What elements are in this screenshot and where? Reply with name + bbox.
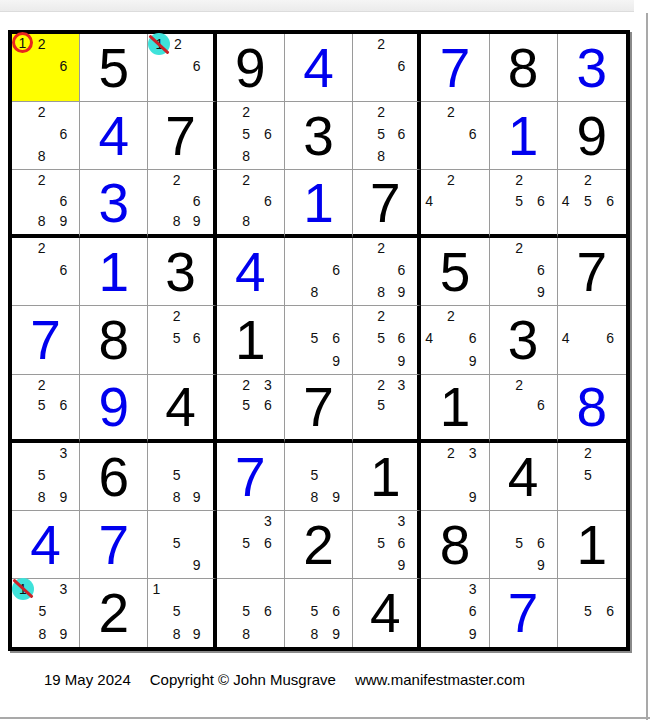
cell-r3c4[interactable]: 268 — [217, 170, 285, 238]
candidate-2: 2 — [377, 241, 385, 255]
candidate-6: 6 — [264, 604, 272, 618]
eliminated-candidate-1: 1 — [12, 578, 34, 600]
candidate-5: 5 — [38, 468, 46, 482]
given-digit: 7 — [558, 238, 626, 305]
solved-digit: 4 — [80, 102, 147, 169]
candidates: 239 — [421, 443, 488, 510]
cell-r7c6[interactable]: 1 — [353, 443, 421, 511]
cell-r8c1[interactable]: 4 — [12, 511, 80, 579]
candidate-9: 9 — [537, 558, 545, 572]
cell-r5c2[interactable]: 8 — [80, 306, 148, 374]
given-digit: 6 — [80, 443, 147, 510]
cell-r9c4[interactable]: 568 — [217, 579, 285, 647]
candidate-2: 2 — [173, 309, 181, 323]
cell-r5c7[interactable]: 2469 — [421, 306, 489, 374]
candidate-5: 5 — [311, 331, 319, 345]
given-digit: 8 — [490, 34, 557, 101]
given-digit: 7 — [353, 170, 417, 234]
candidates: 2689 — [12, 170, 79, 234]
candidates: 26 — [12, 238, 79, 305]
candidates: 126 — [148, 34, 212, 101]
cell-r1c4[interactable]: 9 — [217, 34, 285, 102]
candidates: 268 — [217, 170, 284, 234]
cell-r7c1[interactable]: 3589 — [12, 443, 80, 511]
solved-digit: 7 — [217, 443, 284, 510]
candidate-6: 6 — [59, 194, 67, 208]
candidate-6: 6 — [59, 398, 67, 412]
cell-r4c4[interactable]: 4 — [217, 238, 285, 306]
candidate-8: 8 — [38, 149, 46, 163]
candidate-2: 2 — [447, 105, 455, 119]
candidate-6: 6 — [537, 194, 545, 208]
candidates: 256 — [490, 170, 557, 234]
cell-r1c2[interactable]: 5 — [80, 34, 148, 102]
cell-r1c1[interactable]: 126 — [12, 34, 80, 102]
cell-r1c7[interactable]: 7 — [421, 34, 489, 102]
candidate-8: 8 — [377, 149, 385, 163]
cell-r9c2[interactable]: 2 — [80, 579, 148, 647]
candidate-8: 8 — [38, 490, 46, 504]
window-edge-bottom — [0, 717, 650, 719]
solved-digit: 7 — [80, 511, 147, 578]
candidates: 26 — [421, 102, 488, 169]
given-digit: 7 — [148, 102, 212, 169]
cell-r6c8[interactable]: 26 — [490, 375, 558, 443]
candidates: 24 — [421, 170, 488, 234]
candidate-9: 9 — [469, 354, 477, 368]
candidate-2: 2 — [377, 105, 385, 119]
candidate-5: 5 — [173, 468, 181, 482]
candidate-5: 5 — [311, 604, 319, 618]
candidate-8: 8 — [311, 285, 319, 299]
candidate-5: 5 — [584, 604, 592, 618]
candidates: 2469 — [421, 306, 488, 373]
solved-digit: 3 — [80, 170, 147, 234]
cell-r3c2[interactable]: 3 — [80, 170, 148, 238]
cell-r8c5[interactable]: 2 — [285, 511, 353, 579]
candidate-5: 5 — [584, 468, 592, 482]
cell-r7c7[interactable]: 239 — [421, 443, 489, 511]
candidate-4: 4 — [425, 194, 433, 208]
candidate-9: 9 — [332, 627, 340, 641]
candidate-5: 5 — [173, 536, 181, 550]
cell-r5c1[interactable]: 7 — [12, 306, 80, 374]
candidate-8: 8 — [173, 627, 181, 641]
solved-digit: 1 — [285, 170, 352, 234]
candidate-9: 9 — [193, 214, 201, 228]
candidates: 2568 — [217, 102, 284, 169]
candidate-6: 6 — [264, 398, 272, 412]
candidate-6: 6 — [332, 604, 340, 618]
candidates: 589 — [285, 443, 352, 510]
window-edge-right — [646, 13, 648, 720]
candidate-6: 6 — [537, 263, 545, 277]
candidates: 5689 — [285, 579, 352, 647]
candidate-6: 6 — [264, 127, 272, 141]
candidate-6: 6 — [469, 604, 477, 618]
cell-r8c2[interactable]: 7 — [80, 511, 148, 579]
candidate-9: 9 — [537, 285, 545, 299]
solved-digit: 8 — [558, 375, 626, 439]
candidates: 2356 — [217, 375, 284, 439]
cell-r4c6[interactable]: 2689 — [353, 238, 421, 306]
candidate-2: 2 — [377, 378, 385, 392]
candidate-6: 6 — [398, 263, 406, 277]
given-digit: 4 — [490, 443, 557, 510]
candidate-2: 2 — [242, 105, 250, 119]
candidates: 1589 — [148, 579, 212, 647]
candidate-9: 9 — [193, 490, 201, 504]
candidates: 2689 — [353, 238, 417, 305]
cell-r7c5[interactable]: 589 — [285, 443, 353, 511]
candidates: 256 — [148, 306, 212, 373]
candidate-3: 3 — [264, 514, 272, 528]
candidate-2: 2 — [447, 446, 455, 460]
cell-r6c9[interactable]: 8 — [558, 375, 626, 443]
candidates: 26 — [353, 34, 417, 101]
candidate-5: 5 — [242, 604, 250, 618]
candidates: 268 — [12, 102, 79, 169]
cell-r8c8[interactable]: 569 — [490, 511, 558, 579]
cell-r9c9[interactable]: 56 — [558, 579, 626, 647]
given-digit: 9 — [558, 102, 626, 169]
candidate-5: 5 — [584, 194, 592, 208]
cell-r1c5[interactable]: 4 — [285, 34, 353, 102]
candidate-4: 4 — [562, 194, 570, 208]
candidate-8: 8 — [242, 214, 250, 228]
given-digit: 8 — [80, 306, 147, 373]
cell-r2c7[interactable]: 26 — [421, 102, 489, 170]
cell-r4c3[interactable]: 3 — [148, 238, 216, 306]
candidate-2: 2 — [377, 309, 385, 323]
candidates: 3589 — [12, 443, 79, 510]
candidate-8: 8 — [173, 490, 181, 504]
candidate-5: 5 — [515, 194, 523, 208]
candidate-9: 9 — [469, 627, 477, 641]
given-digit: 2 — [285, 511, 352, 578]
candidate-3: 3 — [398, 514, 406, 528]
candidate-2: 2 — [38, 173, 46, 187]
candidate-9: 9 — [193, 558, 201, 572]
candidate-2: 2 — [38, 378, 46, 392]
cell-r6c2[interactable]: 9 — [80, 375, 148, 443]
candidates: 56 — [558, 579, 626, 647]
candidate-5: 5 — [377, 536, 385, 550]
cell-r4c8[interactable]: 269 — [490, 238, 558, 306]
candidate-9: 9 — [398, 354, 406, 368]
cell-r6c4[interactable]: 2356 — [217, 375, 285, 443]
candidate-6: 6 — [398, 536, 406, 550]
candidate-5: 5 — [38, 604, 46, 618]
candidates: 13589 — [12, 579, 79, 647]
cell-r9c6[interactable]: 4 — [353, 579, 421, 647]
solved-digit: 9 — [80, 375, 147, 439]
sudoku-board: 1265126942678326847256832568261926893268… — [8, 30, 630, 651]
solved-digit: 7 — [490, 579, 557, 647]
given-digit: 9 — [217, 34, 284, 101]
candidate-3: 3 — [264, 378, 272, 392]
given-digit: 5 — [421, 238, 488, 305]
candidates: 369 — [421, 579, 488, 647]
candidates: 59 — [148, 511, 212, 578]
given-digit: 1 — [353, 443, 417, 510]
candidate-2: 2 — [515, 378, 523, 392]
solved-digit: 1 — [490, 102, 557, 169]
candidate-2: 2 — [38, 105, 46, 119]
candidate-9: 9 — [398, 285, 406, 299]
footer: 19 May 2024 Copyright © John Musgrave ww… — [44, 671, 525, 688]
cell-r4c5[interactable]: 68 — [285, 238, 353, 306]
cell-r2c1[interactable]: 268 — [12, 102, 80, 170]
candidate-2: 2 — [447, 173, 455, 187]
window-chrome-bar — [0, 0, 634, 12]
candidates: 2568 — [353, 102, 417, 169]
candidate-8: 8 — [242, 627, 250, 641]
solved-digit: 4 — [217, 238, 284, 305]
candidate-8: 8 — [311, 627, 319, 641]
candidate-9: 9 — [332, 490, 340, 504]
candidate-2: 2 — [584, 173, 592, 187]
solved-digit: 7 — [12, 306, 79, 373]
solved-digit: 4 — [12, 511, 79, 578]
candidate-3: 3 — [398, 378, 406, 392]
given-digit: 1 — [421, 375, 488, 439]
cell-r1c3[interactable]: 126 — [148, 34, 216, 102]
candidate-6: 6 — [193, 331, 201, 345]
given-digit: 3 — [285, 102, 352, 169]
cell-r7c4[interactable]: 7 — [217, 443, 285, 511]
cell-r9c7[interactable]: 369 — [421, 579, 489, 647]
candidate-8: 8 — [173, 214, 181, 228]
cell-r5c9[interactable]: 46 — [558, 306, 626, 374]
cell-r3c3[interactable]: 2689 — [148, 170, 216, 238]
given-digit: 3 — [148, 238, 212, 305]
candidate-2: 2 — [377, 37, 385, 51]
cell-r4c7[interactable]: 5 — [421, 238, 489, 306]
candidates: 2456 — [558, 170, 626, 234]
cell-r8c3[interactable]: 59 — [148, 511, 216, 579]
given-digit: 2 — [80, 579, 147, 647]
candidates: 126 — [12, 34, 79, 101]
cell-r3c6[interactable]: 7 — [353, 170, 421, 238]
candidate-3: 3 — [469, 582, 477, 596]
cell-r3c5[interactable]: 1 — [285, 170, 353, 238]
candidate-9: 9 — [332, 354, 340, 368]
candidate-2: 2 — [173, 173, 181, 187]
candidate-2: 2 — [584, 446, 592, 460]
given-digit: 1 — [217, 306, 284, 373]
cell-r1c8[interactable]: 8 — [490, 34, 558, 102]
candidate-2: 2 — [38, 241, 46, 255]
candidate-6: 6 — [59, 59, 67, 73]
footer-website: www.manifestmaster.com — [355, 671, 525, 688]
candidate-6: 6 — [606, 331, 614, 345]
cell-r5c4[interactable]: 1 — [217, 306, 285, 374]
candidate-5: 5 — [173, 331, 181, 345]
cell-r2c5[interactable]: 3 — [285, 102, 353, 170]
candidate-2: 2 — [515, 241, 523, 255]
candidate-6: 6 — [398, 331, 406, 345]
candidate-6: 6 — [537, 398, 545, 412]
candidate-6: 6 — [398, 59, 406, 73]
candidate-5: 5 — [311, 468, 319, 482]
candidate-2: 2 — [174, 37, 182, 51]
cell-r8c6[interactable]: 3569 — [353, 511, 421, 579]
candidate-6: 6 — [398, 127, 406, 141]
cell-r2c3[interactable]: 7 — [148, 102, 216, 170]
candidate-5: 5 — [242, 127, 250, 141]
candidate-2: 2 — [38, 37, 46, 51]
candidate-6: 6 — [193, 59, 201, 73]
given-digit: 1 — [558, 511, 626, 578]
candidate-8: 8 — [311, 490, 319, 504]
given-digit: 7 — [285, 375, 352, 439]
candidates: 46 — [558, 306, 626, 373]
candidate-6: 6 — [469, 127, 477, 141]
cell-r2c2[interactable]: 4 — [80, 102, 148, 170]
candidates: 68 — [285, 238, 352, 305]
given-digit: 4 — [353, 579, 417, 647]
cell-r3c7[interactable]: 24 — [421, 170, 489, 238]
cell-r9c5[interactable]: 5689 — [285, 579, 353, 647]
candidates: 235 — [353, 375, 417, 439]
solved-digit: 7 — [421, 34, 488, 101]
candidate-4: 4 — [425, 331, 433, 345]
eliminated-candidate-1: 1 — [148, 33, 170, 55]
given-digit: 4 — [148, 375, 212, 439]
cell-r8c4[interactable]: 356 — [217, 511, 285, 579]
footer-copyright: Copyright © John Musgrave — [150, 671, 336, 688]
candidate-3: 3 — [59, 582, 67, 596]
candidates: 25 — [558, 443, 626, 510]
candidate-5: 5 — [38, 398, 46, 412]
candidate-8: 8 — [242, 149, 250, 163]
cell-r4c2[interactable]: 1 — [80, 238, 148, 306]
cell-r4c9[interactable]: 7 — [558, 238, 626, 306]
candidate-5: 5 — [173, 604, 181, 618]
candidate-5: 5 — [242, 536, 250, 550]
candidate-2: 2 — [447, 309, 455, 323]
candidate-6: 6 — [332, 331, 340, 345]
candidate-1: 1 — [152, 582, 160, 596]
candidate-6: 6 — [537, 536, 545, 550]
cell-r3c8[interactable]: 256 — [490, 170, 558, 238]
candidate-2: 2 — [242, 378, 250, 392]
cell-r8c7[interactable]: 8 — [421, 511, 489, 579]
cell-r8c9[interactable]: 1 — [558, 511, 626, 579]
cell-r6c7[interactable]: 1 — [421, 375, 489, 443]
candidates: 256 — [12, 375, 79, 439]
cell-r2c6[interactable]: 2568 — [353, 102, 421, 170]
cell-r6c3[interactable]: 4 — [148, 375, 216, 443]
candidate-5: 5 — [242, 398, 250, 412]
candidate-5: 5 — [377, 127, 385, 141]
candidate-6: 6 — [264, 536, 272, 550]
candidate-6: 6 — [193, 194, 201, 208]
cell-r5c6[interactable]: 2569 — [353, 306, 421, 374]
candidates: 3569 — [353, 511, 417, 578]
cell-r5c5[interactable]: 569 — [285, 306, 353, 374]
cell-r7c9[interactable]: 25 — [558, 443, 626, 511]
candidates: 569 — [490, 511, 557, 578]
cell-r2c4[interactable]: 2568 — [217, 102, 285, 170]
candidates: 568 — [217, 579, 284, 647]
candidate-9: 9 — [59, 214, 67, 228]
candidate-2: 2 — [242, 173, 250, 187]
candidate-9: 9 — [193, 627, 201, 641]
candidate-9: 9 — [59, 627, 67, 641]
candidate-9: 9 — [469, 490, 477, 504]
candidates: 356 — [217, 511, 284, 578]
candidate-3: 3 — [469, 446, 477, 460]
candidates: 269 — [490, 238, 557, 305]
candidates: 2569 — [353, 306, 417, 373]
cell-r1c6[interactable]: 26 — [353, 34, 421, 102]
candidates: 26 — [490, 375, 557, 439]
candidates: 2689 — [148, 170, 212, 234]
cell-r9c3[interactable]: 1589 — [148, 579, 216, 647]
cell-r6c1[interactable]: 256 — [12, 375, 80, 443]
solved-digit: 1 — [80, 238, 147, 305]
cell-r9c1[interactable]: 13589 — [12, 579, 80, 647]
candidate-6: 6 — [264, 194, 272, 208]
candidate-4: 4 — [562, 331, 570, 345]
candidate-9: 9 — [59, 490, 67, 504]
given-digit: 8 — [421, 511, 488, 578]
cell-r6c6[interactable]: 235 — [353, 375, 421, 443]
candidate-6: 6 — [59, 127, 67, 141]
cell-r6c5[interactable]: 7 — [285, 375, 353, 443]
given-digit: 5 — [80, 34, 147, 101]
cell-r3c9[interactable]: 2456 — [558, 170, 626, 238]
candidate-6: 6 — [606, 194, 614, 208]
candidate-8: 8 — [38, 214, 46, 228]
candidate-8: 8 — [38, 627, 46, 641]
candidate-6: 6 — [59, 263, 67, 277]
solved-digit: 3 — [558, 34, 626, 101]
cell-r7c3[interactable]: 589 — [148, 443, 216, 511]
candidate-6: 6 — [469, 331, 477, 345]
candidate-8: 8 — [377, 285, 385, 299]
cell-r5c3[interactable]: 256 — [148, 306, 216, 374]
cell-r5c8[interactable]: 3 — [490, 306, 558, 374]
footer-date: 19 May 2024 — [44, 671, 131, 688]
candidate-5: 5 — [377, 331, 385, 345]
cell-r3c1[interactable]: 2689 — [12, 170, 80, 238]
cell-r7c8[interactable]: 4 — [490, 443, 558, 511]
candidate-2: 2 — [515, 173, 523, 187]
solved-digit: 4 — [285, 34, 352, 101]
candidate-5: 5 — [377, 398, 385, 412]
cell-r2c9[interactable]: 9 — [558, 102, 626, 170]
candidate-6: 6 — [606, 604, 614, 618]
candidate-3: 3 — [59, 446, 67, 460]
cell-r7c2[interactable]: 6 — [80, 443, 148, 511]
given-digit: 3 — [490, 306, 557, 373]
candidate-6: 6 — [332, 263, 340, 277]
red-circled-candidate-1: 1 — [12, 32, 33, 53]
candidate-9: 9 — [398, 558, 406, 572]
cell-r9c8[interactable]: 7 — [490, 579, 558, 647]
cell-r4c1[interactable]: 26 — [12, 238, 80, 306]
cell-r2c8[interactable]: 1 — [490, 102, 558, 170]
candidate-5: 5 — [515, 536, 523, 550]
cell-r1c9[interactable]: 3 — [558, 34, 626, 102]
candidates: 569 — [285, 306, 352, 373]
candidates: 589 — [148, 443, 212, 510]
